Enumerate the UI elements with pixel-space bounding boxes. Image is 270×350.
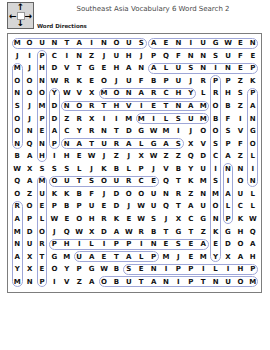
word-oval-outsource <box>49 176 159 187</box>
found-word-ovals <box>8 34 261 292</box>
word-oval-north-vietnam <box>61 101 208 112</box>
word-oval-paddy <box>49 88 60 149</box>
word-directions-label: Word Directions <box>37 23 87 29</box>
up-arrow-icon: ↑ <box>17 3 25 12</box>
page-title: Southeast Asia Vocabulary 6 Word Search … <box>40 5 266 13</box>
word-oval-natural-gas <box>61 138 183 149</box>
word-oval-proboscis-monkey <box>210 75 221 262</box>
word-oval-monsoon <box>12 63 23 149</box>
word-oval-muslim <box>136 113 209 124</box>
left-arrow-icon: ← <box>9 11 17 20</box>
word-oval-monarchy <box>99 88 197 99</box>
down-arrow-icon: ↓ <box>17 19 25 28</box>
word-oval-petroleum <box>37 176 48 287</box>
word-directions-icon: ↑ ↓ ← → <box>7 2 34 29</box>
word-oval-philippine-sea <box>49 239 209 250</box>
word-oval-philippines <box>123 264 258 275</box>
word-oval-peninsula <box>148 63 258 74</box>
word-oval-mountainous <box>12 38 147 49</box>
word-oval-pangolin <box>247 88 258 187</box>
icon-center-square <box>17 12 25 20</box>
puzzle-board: MOUNTAINOUSAENIUGWENJIPCINZJUHJPQFNNSUFE… <box>7 33 262 293</box>
right-arrow-icon: → <box>24 11 32 20</box>
word-oval-myanmar <box>12 201 23 287</box>
word-oval-plain <box>223 163 234 224</box>
word-oval-phnom-penh <box>37 50 48 161</box>
word-oval-mount-pinatubo <box>99 276 259 287</box>
word-oval-plateau <box>74 251 159 262</box>
word-oval-new-guinea <box>148 38 258 49</box>
